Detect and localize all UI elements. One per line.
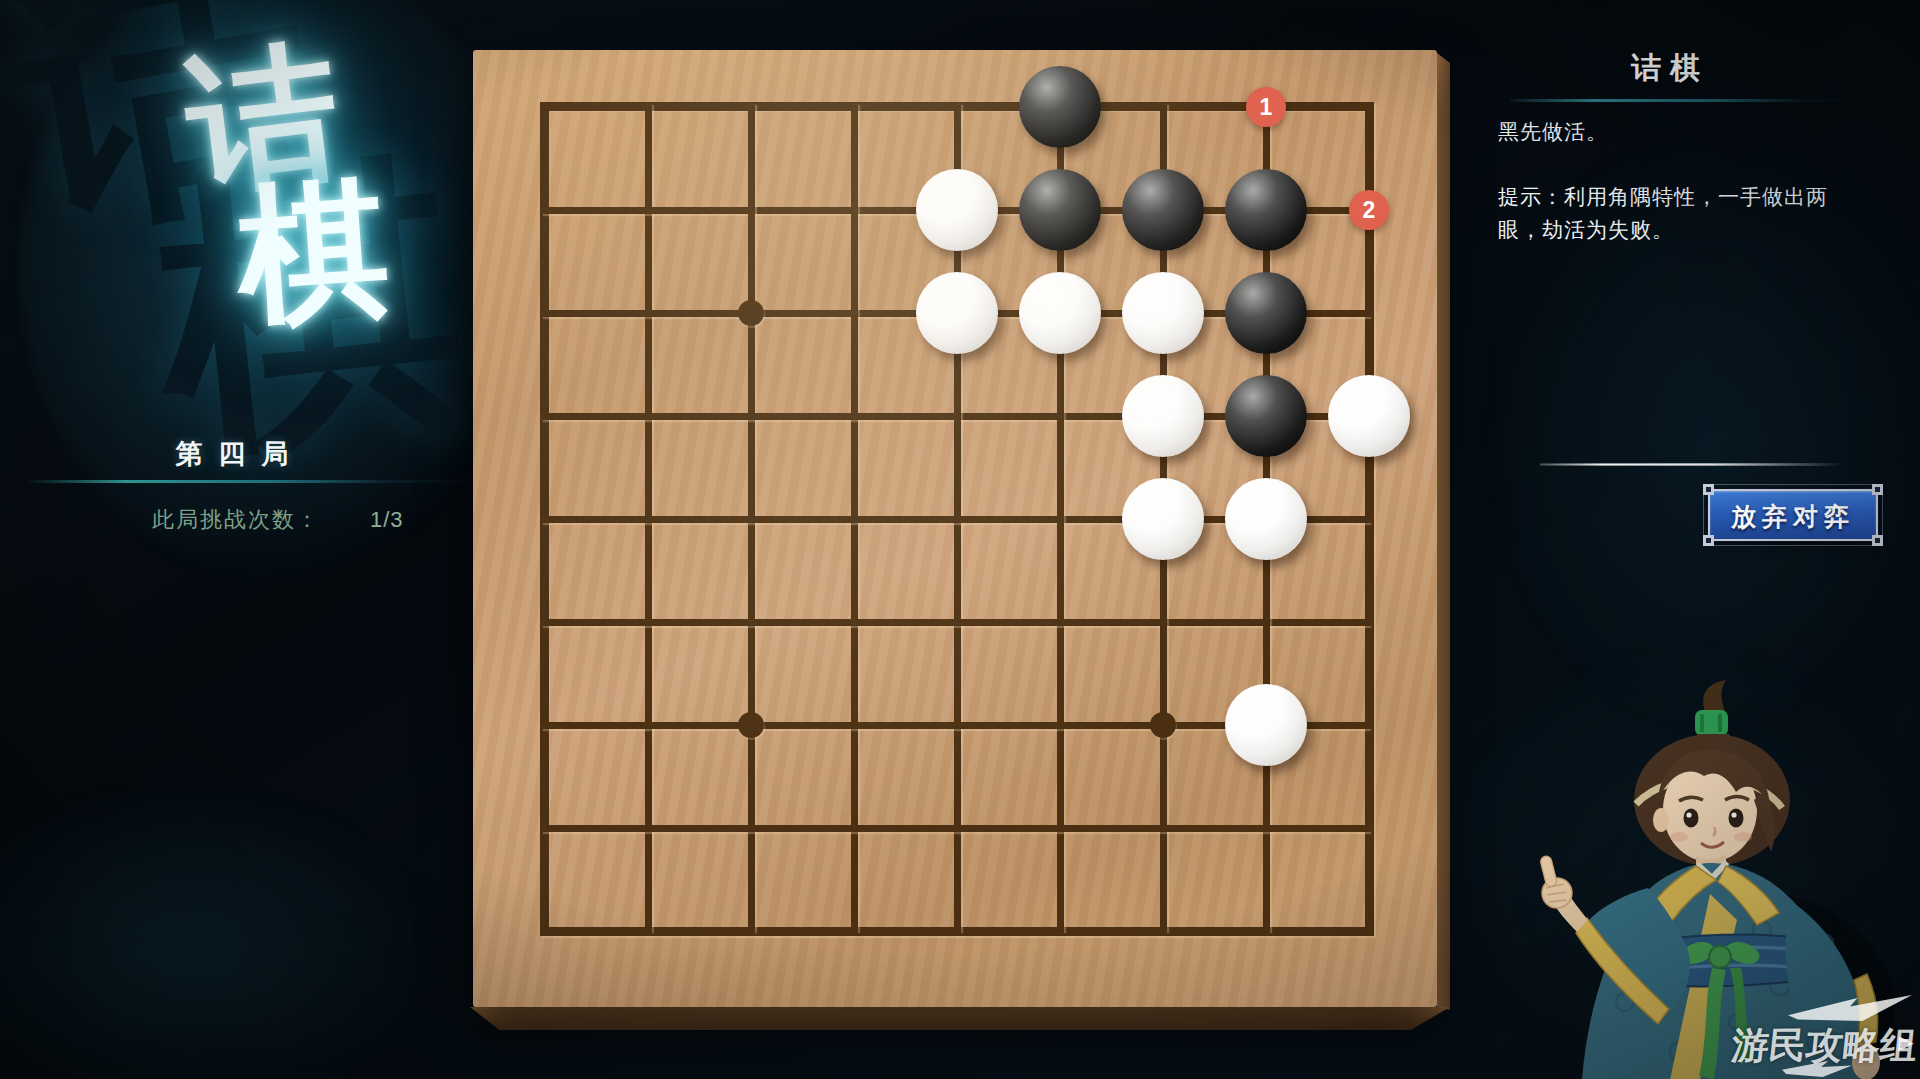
go-board[interactable]: 12 (473, 50, 1437, 1007)
give-up-button[interactable]: 放弃对弈 (1708, 489, 1878, 541)
watermark-arrow-bottom-icon (1782, 1061, 1852, 1077)
grid-line-vertical (954, 105, 961, 933)
star-point (738, 300, 764, 326)
give-up-button-label: 放弃对弈 (1710, 491, 1876, 539)
hint-line-2: 眼，劫活为失败。 (1498, 213, 1878, 246)
grid-line-vertical (1160, 105, 1167, 933)
star-point (1150, 300, 1176, 326)
grid-line-horizontal (543, 310, 1371, 317)
hint-text: 提示：利用角隅特性，一手做出两 眼，劫活为失败。 (1498, 180, 1878, 246)
watermark-text: 游民攻略组 (1729, 1021, 1919, 1071)
stone-black (1019, 169, 1101, 251)
stone-black (1122, 169, 1204, 251)
stone-white (1225, 684, 1307, 766)
watermark: 游民攻略组 ► (1698, 995, 1920, 1079)
stone-white (1122, 478, 1204, 560)
star-point (1150, 712, 1176, 738)
grid-line-vertical (851, 105, 858, 933)
left-separator (28, 480, 476, 483)
stone-white (1328, 375, 1410, 457)
board-right-edge (1437, 53, 1450, 1010)
objective-text: 黑先做活。 (1498, 118, 1608, 146)
grid-line-vertical (748, 105, 755, 933)
stone-black (1225, 375, 1307, 457)
grid-line-vertical (645, 105, 652, 933)
attempts-value: 1/3 (370, 507, 404, 532)
stone-white (1122, 272, 1204, 354)
grid-line-horizontal (543, 516, 1371, 523)
stone-black (1225, 169, 1307, 251)
stone-white (1225, 478, 1307, 560)
move-marker-1: 1 (1246, 87, 1286, 127)
board-front-edge (470, 1007, 1450, 1030)
grid-line-horizontal (543, 619, 1371, 626)
move-marker-2: 2 (1349, 190, 1389, 230)
right-panel: 诘棋 黑先做活。 提示：利用角隅特性，一手做出两 眼，劫活为失败。 放弃对弈 (1470, 0, 1920, 600)
left-panel: 第四局 此局挑战次数：1/3 (0, 420, 480, 560)
panel-title: 诘棋 (1500, 48, 1840, 89)
stone-white (1019, 272, 1101, 354)
watermark-arrow-top-icon (1788, 995, 1912, 1021)
title-separator (1510, 99, 1850, 102)
calligraphy-glyph-jie: 诘 (179, 35, 346, 202)
smoke-blob (1430, 640, 1920, 1079)
hint-line-1: 提示：利用角隅特性，一手做出两 (1498, 180, 1878, 213)
stone-black (1019, 66, 1101, 148)
stone-white (916, 272, 998, 354)
calligraphy-glyph-qi: 棋 (233, 173, 393, 333)
grid-line-vertical (1263, 105, 1270, 933)
attempts-label: 此局挑战次数： (152, 507, 320, 532)
stone-white (916, 169, 998, 251)
npc-character (1530, 680, 1920, 1079)
grid-line-horizontal (543, 825, 1371, 832)
stone-white (1122, 375, 1204, 457)
attempts-row: 此局挑战次数：1/3 (152, 505, 404, 535)
grid-line-horizontal (543, 722, 1371, 729)
board-surface: 12 (473, 50, 1437, 1007)
star-point (738, 712, 764, 738)
grid-line-vertical (1057, 105, 1064, 933)
smoke-blob (0, 780, 440, 1079)
grid-line-horizontal (543, 413, 1371, 420)
calligraphy-shadow-glyph-jie: 诘 (0, 0, 334, 254)
button-separator (1540, 463, 1855, 466)
app-root: 诘 棋 诘 棋 第四局 此局挑战次数：1/3 12 诘棋 黑先做活。 提示：利用… (0, 0, 1920, 1079)
grid-line-horizontal (543, 207, 1371, 214)
go-board-grid: 12 (473, 50, 1437, 1007)
watermark-play-icon: ► (1892, 1028, 1920, 1057)
round-title: 第四局 (0, 436, 480, 472)
grid-frame (540, 102, 1374, 936)
stone-black (1225, 272, 1307, 354)
